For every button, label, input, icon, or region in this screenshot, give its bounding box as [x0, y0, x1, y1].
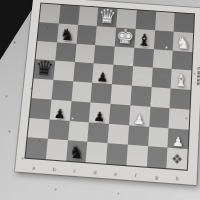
square-b5[interactable]	[53, 61, 74, 82]
square-d7[interactable]	[95, 26, 116, 46]
square-e7[interactable]: ♚	[115, 27, 136, 47]
square-d6[interactable]	[94, 45, 115, 65]
file-label-a: a	[23, 164, 44, 172]
square-h3[interactable]	[169, 108, 190, 129]
piece-black-bishop-f7[interactable]: ♝	[136, 31, 152, 48]
square-h4[interactable]	[170, 88, 191, 109]
square-g7[interactable]	[153, 30, 173, 50]
square-f6[interactable]	[133, 47, 154, 67]
square-e1[interactable]	[106, 143, 128, 165]
square-d3[interactable]: ♟	[89, 102, 110, 123]
square-b6[interactable]	[55, 42, 76, 62]
square-c6[interactable]	[74, 43, 95, 63]
square-c7[interactable]	[76, 25, 97, 45]
square-d1[interactable]	[86, 142, 108, 164]
board-frame: ♛♞♚♝♞♛♟♝♟♟♟♟♞❖ abcdefgh CHESS	[15, 0, 200, 185]
square-h1[interactable]: ❖	[167, 148, 188, 170]
square-b4[interactable]	[51, 80, 72, 101]
square-b2[interactable]	[48, 119, 70, 140]
piece-black-knight-b7[interactable]: ♞	[59, 26, 75, 43]
board-grid: ♛♞♚♝♞♛♟♝♟♟♟♟♞❖	[24, 3, 195, 171]
square-f4[interactable]	[130, 86, 151, 107]
piece-white-pawn-f3[interactable]: ♟	[133, 112, 146, 126]
piece-white-pawn-h2[interactable]: ♟	[172, 135, 184, 149]
file-label-f: f	[126, 171, 147, 179]
square-b8[interactable]	[59, 5, 80, 25]
square-c2[interactable]	[68, 120, 90, 141]
piece-black-pawn-d5[interactable]: ♟	[96, 70, 109, 83]
square-f2[interactable]	[128, 125, 149, 147]
piece-black-knight-c1[interactable]: ♞	[68, 143, 85, 162]
piece-white-king-e7[interactable]: ♚	[115, 26, 135, 47]
brand-label: CHESS	[195, 67, 200, 86]
square-a8[interactable]	[39, 4, 60, 24]
square-g1[interactable]	[146, 146, 167, 168]
square-g8[interactable]	[155, 12, 175, 32]
table-surface: ♛♞♚♝♞♛♟♝♟♟♟♟♞❖ abcdefgh CHESS	[0, 0, 200, 200]
square-g2[interactable]	[148, 126, 169, 148]
square-c3[interactable]	[69, 101, 90, 122]
piece-black-pawn-b3[interactable]: ♟	[54, 106, 67, 120]
square-b7[interactable]: ♞	[57, 23, 78, 43]
square-g4[interactable]	[150, 87, 171, 108]
square-g6[interactable]	[152, 49, 173, 69]
square-e6[interactable]	[113, 46, 134, 66]
file-label-d: d	[85, 168, 106, 176]
square-a1[interactable]	[26, 137, 48, 159]
piece-white-queen-d8[interactable]: ♛	[97, 6, 117, 27]
square-h7[interactable]: ♞	[173, 31, 193, 51]
square-d2[interactable]	[87, 122, 108, 143]
chessboard: ♛♞♚♝♞♛♟♝♟♟♟♟♞❖ abcdefgh CHESS	[15, 0, 200, 185]
square-c1[interactable]: ♞	[66, 140, 88, 162]
file-label-e: e	[105, 170, 126, 178]
square-d8[interactable]: ♛	[97, 8, 118, 28]
piece-white-knight-h7[interactable]: ♞	[175, 34, 191, 51]
square-b3[interactable]: ♟	[49, 99, 71, 120]
square-e3[interactable]	[109, 104, 130, 125]
square-f5[interactable]	[132, 66, 153, 87]
square-d4[interactable]	[91, 83, 112, 104]
file-label-h: h	[167, 174, 188, 182]
square-e2[interactable]	[108, 123, 129, 144]
square-f7[interactable]: ♝	[134, 29, 155, 49]
file-label-c: c	[64, 167, 85, 175]
corner-emblem: ❖	[171, 151, 184, 167]
square-h6[interactable]	[172, 50, 192, 70]
square-g3[interactable]	[149, 107, 170, 128]
square-h2[interactable]: ♟	[168, 128, 189, 150]
square-a4[interactable]	[32, 79, 54, 100]
square-a5[interactable]: ♛	[34, 59, 55, 80]
square-f1[interactable]	[126, 145, 147, 167]
square-e5[interactable]	[112, 65, 133, 86]
piece-white-bishop-h5[interactable]: ♝	[173, 72, 189, 90]
piece-black-pawn-d3[interactable]: ♟	[93, 109, 106, 123]
square-h8[interactable]	[174, 13, 194, 33]
square-h5[interactable]: ♝	[171, 69, 192, 90]
square-e4[interactable]	[110, 84, 131, 105]
square-a3[interactable]	[30, 98, 52, 119]
square-a2[interactable]	[28, 118, 50, 139]
square-c8[interactable]	[78, 6, 99, 26]
square-f8[interactable]	[135, 10, 155, 30]
file-label-g: g	[146, 173, 167, 181]
square-a7[interactable]	[38, 22, 59, 42]
square-b1[interactable]	[46, 139, 68, 161]
square-c5[interactable]	[73, 62, 94, 83]
square-c4[interactable]	[71, 81, 92, 102]
square-g5[interactable]	[151, 68, 172, 89]
square-f3[interactable]: ♟	[129, 105, 150, 126]
piece-black-queen-a5[interactable]: ♛	[34, 58, 55, 80]
file-label-b: b	[44, 165, 65, 173]
square-d5[interactable]: ♟	[92, 64, 113, 85]
